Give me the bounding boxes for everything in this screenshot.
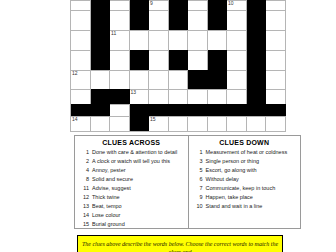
- grid-cell[interactable]: [110, 104, 130, 116]
- clue-number: 7: [189, 184, 203, 193]
- grid-cell[interactable]: [266, 0, 286, 10]
- grid-cell[interactable]: [188, 30, 208, 50]
- clue-item: 7Communicate, keep in touch: [189, 184, 301, 193]
- grid-cell[interactable]: [227, 10, 247, 30]
- clue-number: 2: [75, 157, 89, 166]
- clue-text: Solid and secure: [89, 175, 133, 184]
- black-cell: [130, 50, 150, 70]
- black-cell: [71, 104, 91, 116]
- grid-cell[interactable]: [71, 10, 91, 30]
- clue-item: 8Solid and secure: [75, 175, 188, 184]
- black-cell: [188, 104, 208, 116]
- grid-cell[interactable]: [71, 50, 91, 70]
- cell-number: 11: [111, 31, 116, 36]
- clue-item: 1Measurement of heat or coldness: [189, 148, 301, 157]
- grid-cell[interactable]: [71, 30, 91, 50]
- black-cell: [91, 89, 111, 104]
- clue-text: Lose colour: [89, 211, 120, 220]
- grid-cell[interactable]: 10: [227, 0, 247, 10]
- instruction-line-1: The clues above describe the words below…: [78, 240, 282, 252]
- clue-text: Without delay: [203, 175, 239, 184]
- grid-cell[interactable]: [169, 89, 189, 104]
- clue-number: 4: [75, 166, 89, 175]
- clues-across-section: CLUES ACROSS 1Done with care & attention…: [75, 136, 188, 228]
- black-cell: [227, 104, 247, 116]
- clue-item: 6Without delay: [189, 175, 301, 184]
- grid-cell[interactable]: [266, 30, 286, 50]
- clue-text: Stand and wait in a line: [203, 202, 263, 211]
- black-cell: [247, 10, 267, 30]
- black-cell: [247, 30, 267, 50]
- grid-cell[interactable]: [169, 30, 189, 50]
- grid-cell[interactable]: [266, 89, 286, 104]
- instruction-banner: The clues above describe the words below…: [77, 235, 283, 252]
- grid-cell[interactable]: [266, 50, 286, 70]
- clue-number: 11: [75, 184, 89, 193]
- black-cell: [130, 104, 150, 116]
- grid-cell[interactable]: [91, 116, 111, 131]
- black-cell: [91, 50, 111, 70]
- grid-cell[interactable]: [227, 116, 247, 131]
- clues-across-list: 1Done with care & attention to detail2A …: [75, 148, 188, 229]
- clue-item: 12Thick twine: [75, 193, 188, 202]
- clue-item: 9Happen, take place: [189, 193, 301, 202]
- black-cell: [169, 0, 189, 10]
- grid-cell[interactable]: [208, 116, 228, 131]
- black-cell: [208, 70, 228, 89]
- grid-cell[interactable]: [149, 70, 169, 89]
- black-cell: [188, 70, 208, 89]
- grid-cell[interactable]: [149, 10, 169, 30]
- clues-panel: CLUES ACROSS 1Done with care & attention…: [74, 135, 301, 229]
- clue-number: 8: [75, 175, 89, 184]
- grid-cell[interactable]: [130, 70, 150, 89]
- black-cell: [149, 104, 169, 116]
- black-cell: [208, 50, 228, 70]
- grid-cell[interactable]: [227, 30, 247, 50]
- grid-cell[interactable]: [266, 116, 286, 131]
- grid-cell[interactable]: [91, 70, 111, 89]
- black-cell: [110, 89, 130, 104]
- grid-cell[interactable]: [188, 10, 208, 30]
- clue-number: 5: [189, 166, 203, 175]
- clue-item: 10Stand and wait in a line: [189, 202, 301, 211]
- cell-number: 14: [72, 117, 78, 122]
- grid-cell[interactable]: [188, 50, 208, 70]
- clue-text: Escort, go along with: [203, 166, 257, 175]
- clue-text: Measurement of heat or coldness: [203, 148, 288, 157]
- grid-cell[interactable]: [227, 70, 247, 89]
- grid-cell[interactable]: 15: [149, 116, 169, 131]
- grid-cell[interactable]: [110, 0, 130, 10]
- black-cell: [91, 10, 111, 30]
- cell-number: 9: [150, 1, 153, 6]
- grid-cell[interactable]: [149, 50, 169, 70]
- clue-number: 12: [75, 193, 89, 202]
- clue-item: 5Escort, go along with: [189, 166, 301, 175]
- clue-item: 4Annoy, pester: [75, 166, 188, 175]
- clue-item: 2A clock or watch will tell you this: [75, 157, 188, 166]
- grid-cell[interactable]: [247, 116, 267, 131]
- grid-cell[interactable]: [169, 70, 189, 89]
- grid-cell[interactable]: [110, 116, 130, 131]
- black-cell: [130, 116, 150, 131]
- clue-text: Burial ground: [89, 220, 125, 229]
- grid-cell[interactable]: [71, 89, 91, 104]
- grid-cell[interactable]: [110, 10, 130, 30]
- grid-cell[interactable]: [227, 89, 247, 104]
- clue-number: 3: [189, 157, 203, 166]
- black-cell: [91, 0, 111, 10]
- black-cell: [247, 0, 267, 10]
- clue-item: 1Done with care & attention to detail: [75, 148, 188, 157]
- grid-cell[interactable]: [169, 116, 189, 131]
- clue-number: 14: [75, 211, 89, 220]
- black-cell: [169, 10, 189, 30]
- black-cell: [247, 70, 267, 89]
- clue-item: 3Single person or thing: [189, 157, 301, 166]
- clue-number: 13: [75, 202, 89, 211]
- clue-number: 6: [189, 175, 203, 184]
- clue-item: 14Lose colour: [75, 211, 188, 220]
- clues-across-title: CLUES ACROSS: [75, 138, 188, 147]
- crossword-grid: 9101112131415: [70, 0, 286, 132]
- clue-item: 13Beat, tempo: [75, 202, 188, 211]
- clue-text: Single person or thing: [203, 157, 260, 166]
- grid-cell[interactable]: [188, 89, 208, 104]
- clue-text: Communicate, keep in touch: [203, 184, 276, 193]
- black-cell: [247, 89, 267, 104]
- grid-cell[interactable]: [110, 70, 130, 89]
- grid-cell[interactable]: [130, 30, 150, 50]
- clue-text: Happen, take place: [203, 193, 253, 202]
- grid-cell[interactable]: [110, 50, 130, 70]
- grid-cell[interactable]: [266, 10, 286, 30]
- black-cell: [247, 104, 267, 116]
- black-cell: [130, 10, 150, 30]
- clues-down-section: CLUES DOWN 1Measurement of heat or coldn…: [188, 136, 301, 228]
- black-cell: [169, 104, 189, 116]
- clue-number: 10: [189, 202, 203, 211]
- grid-cell[interactable]: [149, 89, 169, 104]
- grid-cell[interactable]: [266, 70, 286, 89]
- grid-cell[interactable]: [208, 89, 228, 104]
- black-cell: [266, 104, 286, 116]
- black-cell: [208, 0, 228, 10]
- grid-cell[interactable]: [227, 50, 247, 70]
- grid-cell[interactable]: 14: [71, 116, 91, 131]
- grid-cell[interactable]: 13: [130, 89, 150, 104]
- black-cell: [169, 50, 189, 70]
- clue-number: 1: [189, 148, 203, 157]
- clue-text: Thick twine: [89, 193, 120, 202]
- grid-cell[interactable]: [188, 0, 208, 10]
- clue-text: Annoy, pester: [89, 166, 126, 175]
- black-cell: [208, 104, 228, 116]
- black-cell: [247, 50, 267, 70]
- black-cell: [91, 30, 111, 50]
- clue-text: Advise, suggest: [89, 184, 131, 193]
- cell-number: 15: [150, 117, 156, 122]
- cell-number: 10: [228, 1, 234, 6]
- grid-cell[interactable]: 9: [149, 0, 169, 10]
- clue-item: 11Advise, suggest: [75, 184, 188, 193]
- clue-number: 15: [75, 220, 89, 229]
- grid-cell[interactable]: [71, 0, 91, 10]
- grid-cell[interactable]: [188, 116, 208, 131]
- cell-number: 12: [72, 71, 78, 76]
- black-cell: [130, 0, 150, 10]
- grid-cell[interactable]: 12: [71, 70, 91, 89]
- clue-text: Done with care & attention to detail: [89, 148, 177, 157]
- cell-number: 13: [131, 90, 137, 95]
- grid-cell[interactable]: [208, 30, 228, 50]
- black-cell: [208, 10, 228, 30]
- clue-text: Beat, tempo: [89, 202, 122, 211]
- grid-cell[interactable]: [149, 30, 169, 50]
- clues-down-list: 1Measurement of heat or coldness3Single …: [189, 148, 301, 211]
- clue-item: 15Burial ground: [75, 220, 188, 229]
- grid-cell[interactable]: 11: [110, 30, 130, 50]
- clues-down-title: CLUES DOWN: [189, 138, 301, 147]
- clue-number: 1: [75, 148, 89, 157]
- clue-number: 9: [189, 193, 203, 202]
- black-cell: [91, 104, 111, 116]
- clue-text: A clock or watch will tell you this: [89, 157, 170, 166]
